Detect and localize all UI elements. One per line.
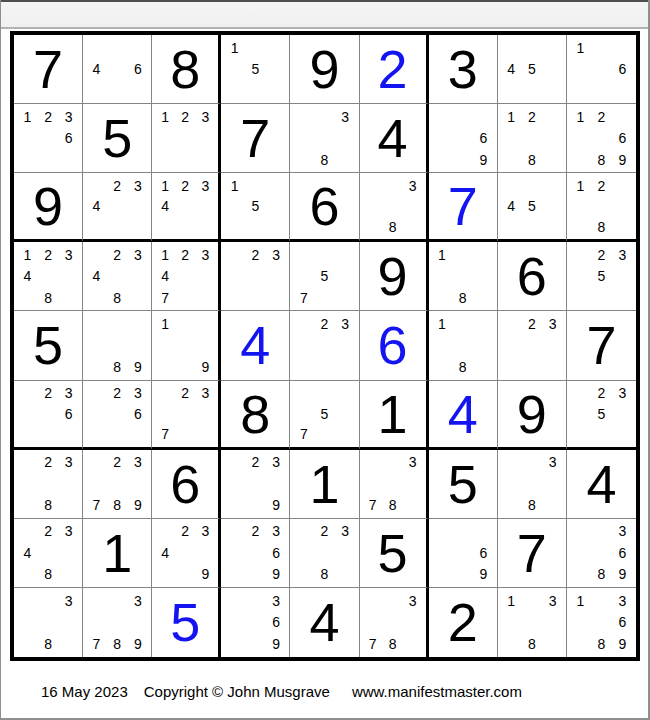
cell-r3c5[interactable]: 6 — [290, 173, 359, 242]
cell-r2c7[interactable]: 69 — [429, 104, 498, 173]
cell-r4c2[interactable]: 2348 — [83, 242, 152, 311]
pencil-mark-slot-8 — [521, 217, 542, 238]
cell-r8c4[interactable]: 2369 — [221, 519, 290, 588]
pencil-mark-slot-5 — [107, 196, 128, 217]
pencil-mark-slot-1: 1 — [432, 313, 453, 334]
cell-r8c1[interactable]: 2348 — [14, 519, 83, 588]
pencil-mark-slot-3 — [128, 37, 149, 58]
pencil-mark-slot-3: 3 — [195, 383, 215, 404]
cell-r2c8[interactable]: 128 — [498, 104, 567, 173]
cell-r8c9[interactable]: 3689 — [567, 519, 636, 588]
given-digit: 5 — [102, 111, 132, 165]
pencil-mark-slot-2: 2 — [245, 521, 266, 542]
pencil-mark-slot-7: 7 — [86, 494, 107, 515]
pencil-mark-slot-8: 8 — [521, 633, 542, 655]
pencil-mark-slot-4 — [86, 473, 107, 494]
cell-r5c7[interactable]: 18 — [429, 311, 498, 380]
cell-r1c9[interactable]: 16 — [567, 35, 636, 104]
pencil-mark-slot-3: 3 — [266, 452, 287, 473]
pencil-mark-slot-7 — [293, 149, 314, 170]
pencil-marks: 23 — [221, 242, 289, 310]
cell-r5c8[interactable]: 23 — [498, 311, 567, 380]
cell-r2c6[interactable]: 4 — [360, 104, 429, 173]
cell-r3c7[interactable]: 7 — [429, 173, 498, 242]
pencil-mark-slot-5 — [175, 542, 195, 563]
pencil-mark-slot-3 — [542, 106, 563, 127]
pencil-mark-slot-1 — [224, 452, 245, 473]
pencil-mark-slot-9 — [403, 494, 423, 515]
pencil-mark-slot-6 — [58, 473, 79, 494]
given-digit: 5 — [448, 457, 478, 511]
given-digit: 2 — [448, 595, 478, 649]
pencil-mark-slot-9: 9 — [128, 356, 149, 377]
pencil-mark-slot-6 — [128, 335, 149, 356]
pencil-marks: 89 — [83, 311, 151, 379]
cell-r4c3[interactable]: 12347 — [152, 242, 221, 311]
pencil-mark-slot-9 — [335, 356, 356, 377]
pencil-mark-slot-7 — [570, 564, 591, 585]
pencil-mark-slot-2 — [38, 590, 59, 612]
cell-r3c1[interactable]: 9 — [14, 173, 83, 242]
pencil-mark-slot-2: 2 — [591, 244, 612, 265]
cell-r9c8[interactable]: 138 — [498, 588, 567, 657]
pencil-mark-slot-1 — [86, 452, 107, 473]
pencil-mark-slot-9 — [612, 80, 633, 101]
pencil-mark-slot-2 — [521, 452, 542, 473]
pencil-mark-slot-7 — [224, 494, 245, 515]
pencil-mark-slot-8: 8 — [383, 494, 403, 515]
cell-r6c4[interactable]: 8 — [221, 381, 290, 450]
cell-r2c4[interactable]: 7 — [221, 104, 290, 173]
pencil-mark-slot-8 — [38, 424, 59, 445]
cell-r4c9[interactable]: 235 — [567, 242, 636, 311]
cell-r6c1[interactable]: 236 — [14, 381, 83, 450]
cell-r6c3[interactable]: 237 — [152, 381, 221, 450]
pencil-marks: 38 — [498, 450, 566, 518]
pencil-mark-slot-1: 1 — [17, 244, 38, 265]
pencil-marks: 57 — [290, 242, 358, 310]
cell-r9c9[interactable]: 13689 — [567, 588, 636, 657]
cell-r3c6[interactable]: 38 — [360, 173, 429, 242]
pencil-mark-slot-1 — [224, 590, 245, 612]
pencil-marks: 123 — [152, 104, 218, 172]
cell-r1c6[interactable]: 2 — [360, 35, 429, 104]
cell-r6c9[interactable]: 235 — [567, 381, 636, 450]
pencil-mark-slot-8: 8 — [38, 633, 59, 655]
pencil-mark-slot-4: 4 — [17, 266, 38, 287]
given-digit: 9 — [309, 42, 339, 96]
pencil-mark-slot-8 — [452, 564, 473, 585]
pencil-marks: 38 — [360, 173, 426, 239]
pencil-mark-slot-8: 8 — [383, 217, 403, 238]
cell-r9c3[interactable]: 5 — [152, 588, 221, 657]
cell-r1c5[interactable]: 9 — [290, 35, 359, 104]
cell-r4c5[interactable]: 57 — [290, 242, 359, 311]
cell-r7c6[interactable]: 378 — [360, 450, 429, 519]
pencil-mark-slot-7 — [155, 356, 175, 377]
pencil-mark-slot-5 — [175, 196, 195, 217]
cell-r6c5[interactable]: 57 — [290, 381, 359, 450]
pencil-mark-slot-7: 7 — [363, 494, 383, 515]
cell-r1c2[interactable]: 46 — [83, 35, 152, 104]
pencil-mark-slot-2: 2 — [175, 175, 195, 196]
pencil-mark-slot-4 — [570, 403, 591, 424]
pencil-mark-slot-3: 3 — [58, 106, 79, 127]
pencil-mark-slot-2: 2 — [175, 521, 195, 542]
pencil-mark-slot-1 — [17, 452, 38, 473]
cell-r8c7[interactable]: 69 — [429, 519, 498, 588]
pencil-mark-slot-5 — [314, 335, 335, 356]
pencil-mark-slot-6: 6 — [473, 127, 494, 148]
pencil-mark-slot-9 — [128, 287, 149, 308]
cell-r2c2[interactable]: 5 — [83, 104, 152, 173]
pencil-mark-slot-9: 9 — [266, 494, 287, 515]
pencil-mark-slot-4 — [224, 266, 245, 287]
pencil-marks: 236 — [14, 381, 82, 447]
app-toolbar — [1, 0, 648, 29]
pencil-mark-slot-8: 8 — [38, 287, 59, 308]
pencil-mark-slot-8: 8 — [38, 494, 59, 515]
pencil-mark-slot-9 — [266, 80, 287, 101]
pencil-mark-slot-8: 8 — [107, 287, 128, 308]
cell-r7c4[interactable]: 239 — [221, 450, 290, 519]
pencil-mark-slot-7 — [86, 287, 107, 308]
pencil-mark-slot-3: 3 — [335, 106, 356, 127]
pencil-marks: 128 — [567, 173, 636, 239]
cell-r1c3[interactable]: 8 — [152, 35, 221, 104]
cell-r7c2[interactable]: 23789 — [83, 450, 152, 519]
pencil-mark-slot-4 — [17, 127, 38, 148]
pencil-mark-slot-6 — [542, 335, 563, 356]
pencil-mark-slot-5 — [314, 127, 335, 148]
pencil-mark-slot-6: 6 — [612, 58, 633, 79]
sudoku-board: 7468159234516123651237384691281268992341… — [10, 31, 640, 661]
cell-r3c8[interactable]: 45 — [498, 173, 567, 242]
cell-r9c4[interactable]: 369 — [221, 588, 290, 657]
pencil-mark-slot-5 — [521, 473, 542, 494]
pencil-mark-slot-8 — [245, 287, 266, 308]
pencil-mark-slot-2 — [175, 313, 195, 334]
cell-r7c7[interactable]: 5 — [429, 450, 498, 519]
pencil-mark-slot-9 — [58, 494, 79, 515]
pencil-mark-slot-5 — [38, 612, 59, 634]
cell-r2c5[interactable]: 38 — [290, 104, 359, 173]
pencil-mark-slot-3: 3 — [58, 244, 79, 265]
pencil-mark-slot-6 — [58, 542, 79, 563]
footer: 16 May 2023Copyright © John Musgravewww.… — [1, 683, 648, 700]
pencil-mark-slot-5 — [107, 266, 128, 287]
pencil-mark-slot-7 — [570, 633, 591, 655]
pencil-mark-slot-9 — [58, 564, 79, 585]
pencil-mark-slot-6 — [542, 473, 563, 494]
cell-r8c5[interactable]: 238 — [290, 519, 359, 588]
footer-date: 16 May 2023 — [41, 683, 128, 700]
pencil-mark-slot-7 — [86, 424, 107, 445]
pencil-mark-slot-3 — [335, 244, 356, 265]
pencil-mark-slot-7: 7 — [293, 424, 314, 445]
pencil-mark-slot-8: 8 — [591, 149, 612, 170]
cell-r2c1[interactable]: 1236 — [14, 104, 83, 173]
pencil-mark-slot-1: 1 — [501, 106, 522, 127]
pencil-mark-slot-1 — [570, 383, 591, 404]
pencil-marks: 235 — [567, 381, 636, 447]
pencil-mark-slot-2: 2 — [38, 106, 59, 127]
pencil-mark-slot-4 — [224, 542, 245, 563]
pencil-mark-slot-2: 2 — [107, 452, 128, 473]
pencil-mark-slot-8 — [521, 356, 542, 377]
pencil-mark-slot-4 — [86, 612, 107, 634]
cell-r8c6[interactable]: 5 — [360, 519, 429, 588]
pencil-mark-slot-3 — [542, 175, 563, 196]
cell-r6c7[interactable]: 4 — [429, 381, 498, 450]
pencil-marks: 369 — [221, 588, 289, 657]
pencil-mark-slot-6 — [58, 266, 79, 287]
given-digit: 7 — [240, 111, 270, 165]
pencil-mark-slot-1: 1 — [155, 313, 175, 334]
pencil-mark-slot-2 — [383, 590, 403, 612]
pencil-marks: 57 — [290, 381, 358, 447]
cell-r9c6[interactable]: 378 — [360, 588, 429, 657]
pencil-mark-slot-1 — [17, 383, 38, 404]
cell-r3c4[interactable]: 15 — [221, 173, 290, 242]
pencil-mark-slot-1 — [293, 521, 314, 542]
pencil-mark-slot-7 — [224, 287, 245, 308]
pencil-marks: 15 — [221, 35, 289, 103]
pencil-mark-slot-7 — [224, 217, 245, 238]
cell-r5c1[interactable]: 5 — [14, 311, 83, 380]
pencil-mark-slot-5 — [383, 473, 403, 494]
pencil-mark-slot-4 — [224, 58, 245, 79]
pencil-mark-slot-1 — [501, 175, 522, 196]
pencil-mark-slot-8 — [245, 80, 266, 101]
pencil-mark-slot-3 — [266, 175, 287, 196]
solved-digit-blue: 4 — [240, 318, 270, 372]
pencil-mark-slot-2: 2 — [245, 244, 266, 265]
pencil-mark-slot-8: 8 — [38, 564, 59, 585]
pencil-mark-slot-8 — [314, 356, 335, 377]
pencil-mark-slot-1 — [501, 313, 522, 334]
pencil-mark-slot-7 — [432, 564, 453, 585]
pencil-mark-slot-2 — [591, 521, 612, 542]
pencil-mark-slot-8 — [107, 80, 128, 101]
pencil-mark-slot-1: 1 — [501, 590, 522, 612]
pencil-marks: 2348 — [14, 519, 82, 587]
pencil-mark-slot-3: 3 — [335, 521, 356, 542]
pencil-marks: 378 — [360, 450, 426, 518]
pencil-mark-slot-1: 1 — [155, 175, 175, 196]
pencil-mark-slot-8 — [175, 217, 195, 238]
pencil-mark-slot-8 — [314, 424, 335, 445]
cell-r5c4[interactable]: 4 — [221, 311, 290, 380]
pencil-mark-slot-1 — [155, 521, 175, 542]
pencil-mark-slot-3 — [612, 175, 633, 196]
pencil-mark-slot-4: 4 — [501, 58, 522, 79]
pencil-mark-slot-4 — [293, 403, 314, 424]
pencil-mark-slot-9 — [58, 149, 79, 170]
pencil-marks: 1234 — [152, 173, 218, 239]
pencil-mark-slot-7 — [570, 80, 591, 101]
cell-r3c9[interactable]: 128 — [567, 173, 636, 242]
cell-r4c4[interactable]: 23 — [221, 242, 290, 311]
pencil-mark-slot-9 — [403, 217, 423, 238]
given-digit: 5 — [378, 526, 408, 580]
pencil-mark-slot-3: 3 — [542, 313, 563, 334]
pencil-mark-slot-4 — [570, 612, 591, 634]
cell-r1c1[interactable]: 7 — [14, 35, 83, 104]
cell-r6c6[interactable]: 1 — [360, 381, 429, 450]
pencil-mark-slot-3: 3 — [195, 521, 215, 542]
cell-r7c3[interactable]: 6 — [152, 450, 221, 519]
solved-digit-blue: 5 — [170, 595, 200, 649]
cell-r2c9[interactable]: 12689 — [567, 104, 636, 173]
cell-r7c5[interactable]: 1 — [290, 450, 359, 519]
pencil-marks: 46 — [83, 35, 151, 103]
pencil-mark-slot-9 — [612, 217, 633, 238]
cell-r7c1[interactable]: 238 — [14, 450, 83, 519]
pencil-mark-slot-2 — [452, 244, 473, 265]
cell-r6c8[interactable]: 9 — [498, 381, 567, 450]
cell-r5c6[interactable]: 6 — [360, 311, 429, 380]
pencil-mark-slot-1: 1 — [155, 106, 175, 127]
pencil-mark-slot-4 — [293, 266, 314, 287]
pencil-mark-slot-9: 9 — [473, 149, 494, 170]
pencil-marks: 234 — [83, 173, 151, 239]
footer-copyright: Copyright © John Musgrave — [144, 683, 330, 700]
pencil-mark-slot-4 — [293, 127, 314, 148]
pencil-mark-slot-5 — [107, 403, 128, 424]
pencil-mark-slot-3 — [473, 521, 494, 542]
pencil-mark-slot-5 — [107, 335, 128, 356]
pencil-mark-slot-8 — [521, 80, 542, 101]
pencil-mark-slot-7 — [17, 494, 38, 515]
pencil-marks: 45 — [498, 35, 566, 103]
pencil-mark-slot-8: 8 — [383, 633, 403, 655]
pencil-mark-slot-3: 3 — [335, 313, 356, 334]
pencil-mark-slot-1 — [432, 521, 453, 542]
pencil-mark-slot-9 — [612, 424, 633, 445]
pencil-mark-slot-6 — [266, 196, 287, 217]
cell-r1c8[interactable]: 45 — [498, 35, 567, 104]
pencil-marks: 239 — [221, 450, 289, 518]
cell-r7c9[interactable]: 4 — [567, 450, 636, 519]
pencil-mark-slot-7 — [86, 80, 107, 101]
pencil-mark-slot-9 — [403, 633, 423, 655]
pencil-mark-slot-7: 7 — [363, 633, 383, 655]
pencil-marks: 69 — [429, 104, 497, 172]
cell-r5c5[interactable]: 23 — [290, 311, 359, 380]
cell-r2c3[interactable]: 123 — [152, 104, 221, 173]
cell-r1c7[interactable]: 3 — [429, 35, 498, 104]
cell-r7c8[interactable]: 38 — [498, 450, 567, 519]
pencil-mark-slot-3: 3 — [128, 590, 149, 612]
pencil-mark-slot-2: 2 — [38, 521, 59, 542]
pencil-mark-slot-4 — [155, 403, 175, 424]
pencil-mark-slot-4 — [432, 266, 453, 287]
pencil-mark-slot-7 — [501, 494, 522, 515]
cell-r9c2[interactable]: 3789 — [83, 588, 152, 657]
cell-r9c5[interactable]: 4 — [290, 588, 359, 657]
pencil-mark-slot-5 — [591, 196, 612, 217]
cell-r8c8[interactable]: 7 — [498, 519, 567, 588]
pencil-mark-slot-2: 2 — [107, 383, 128, 404]
pencil-mark-slot-1 — [86, 37, 107, 58]
pencil-mark-slot-5 — [175, 403, 195, 424]
cell-r6c2[interactable]: 236 — [83, 381, 152, 450]
cell-r3c3[interactable]: 1234 — [152, 173, 221, 242]
pencil-mark-slot-2: 2 — [175, 106, 195, 127]
cell-r5c3[interactable]: 19 — [152, 311, 221, 380]
pencil-mark-slot-9 — [542, 633, 563, 655]
pencil-mark-slot-5 — [521, 335, 542, 356]
cell-r9c7[interactable]: 2 — [429, 588, 498, 657]
pencil-mark-slot-9 — [335, 564, 356, 585]
cell-r5c9[interactable]: 7 — [567, 311, 636, 380]
pencil-mark-slot-3 — [473, 244, 494, 265]
cell-r8c2[interactable]: 1 — [83, 519, 152, 588]
cell-r4c6[interactable]: 9 — [360, 242, 429, 311]
pencil-mark-slot-9 — [195, 149, 215, 170]
pencil-mark-slot-1: 1 — [570, 175, 591, 196]
pencil-mark-slot-8 — [175, 149, 195, 170]
pencil-mark-slot-3: 3 — [195, 106, 215, 127]
cell-r9c1[interactable]: 38 — [14, 588, 83, 657]
cell-r5c2[interactable]: 89 — [83, 311, 152, 380]
pencil-mark-slot-6 — [335, 335, 356, 356]
pencil-mark-slot-7 — [501, 80, 522, 101]
pencil-mark-slot-4: 4 — [155, 266, 175, 287]
cell-r4c1[interactable]: 12348 — [14, 242, 83, 311]
pencil-mark-slot-9 — [58, 633, 79, 655]
pencil-mark-slot-9 — [58, 287, 79, 308]
pencil-mark-slot-2: 2 — [591, 106, 612, 127]
given-digit: 6 — [170, 457, 200, 511]
pencil-mark-slot-8 — [452, 149, 473, 170]
pencil-mark-slot-2: 2 — [591, 175, 612, 196]
pencil-mark-slot-2: 2 — [107, 175, 128, 196]
pencil-mark-slot-3: 3 — [403, 175, 423, 196]
cell-r3c2[interactable]: 234 — [83, 173, 152, 242]
pencil-mark-slot-1 — [224, 244, 245, 265]
pencil-marks: 378 — [360, 588, 426, 657]
pencil-mark-slot-5 — [245, 612, 266, 634]
cell-r1c4[interactable]: 15 — [221, 35, 290, 104]
cell-r4c8[interactable]: 6 — [498, 242, 567, 311]
pencil-mark-slot-5 — [452, 266, 473, 287]
pencil-mark-slot-4: 4 — [155, 542, 175, 563]
pencil-mark-slot-1 — [17, 590, 38, 612]
pencil-mark-slot-5 — [591, 58, 612, 79]
pencil-mark-slot-2 — [452, 106, 473, 127]
pencil-mark-slot-1 — [501, 37, 522, 58]
pencil-mark-slot-9 — [473, 356, 494, 377]
cell-r8c3[interactable]: 2349 — [152, 519, 221, 588]
pencil-mark-slot-6 — [542, 196, 563, 217]
pencil-mark-slot-4 — [363, 612, 383, 634]
cell-r4c7[interactable]: 18 — [429, 242, 498, 311]
pencil-mark-slot-1 — [86, 590, 107, 612]
pencil-mark-slot-6 — [266, 473, 287, 494]
pencil-mark-slot-9 — [128, 424, 149, 445]
pencil-mark-slot-7 — [17, 633, 38, 655]
pencil-mark-slot-4 — [293, 335, 314, 356]
pencil-mark-slot-1 — [363, 452, 383, 473]
pencil-mark-slot-2: 2 — [521, 106, 542, 127]
pencil-marks: 128 — [498, 104, 566, 172]
pencil-mark-slot-8: 8 — [591, 564, 612, 585]
pencil-mark-slot-5: 5 — [521, 58, 542, 79]
pencil-mark-slot-9 — [473, 287, 494, 308]
pencil-mark-slot-8 — [591, 287, 612, 308]
